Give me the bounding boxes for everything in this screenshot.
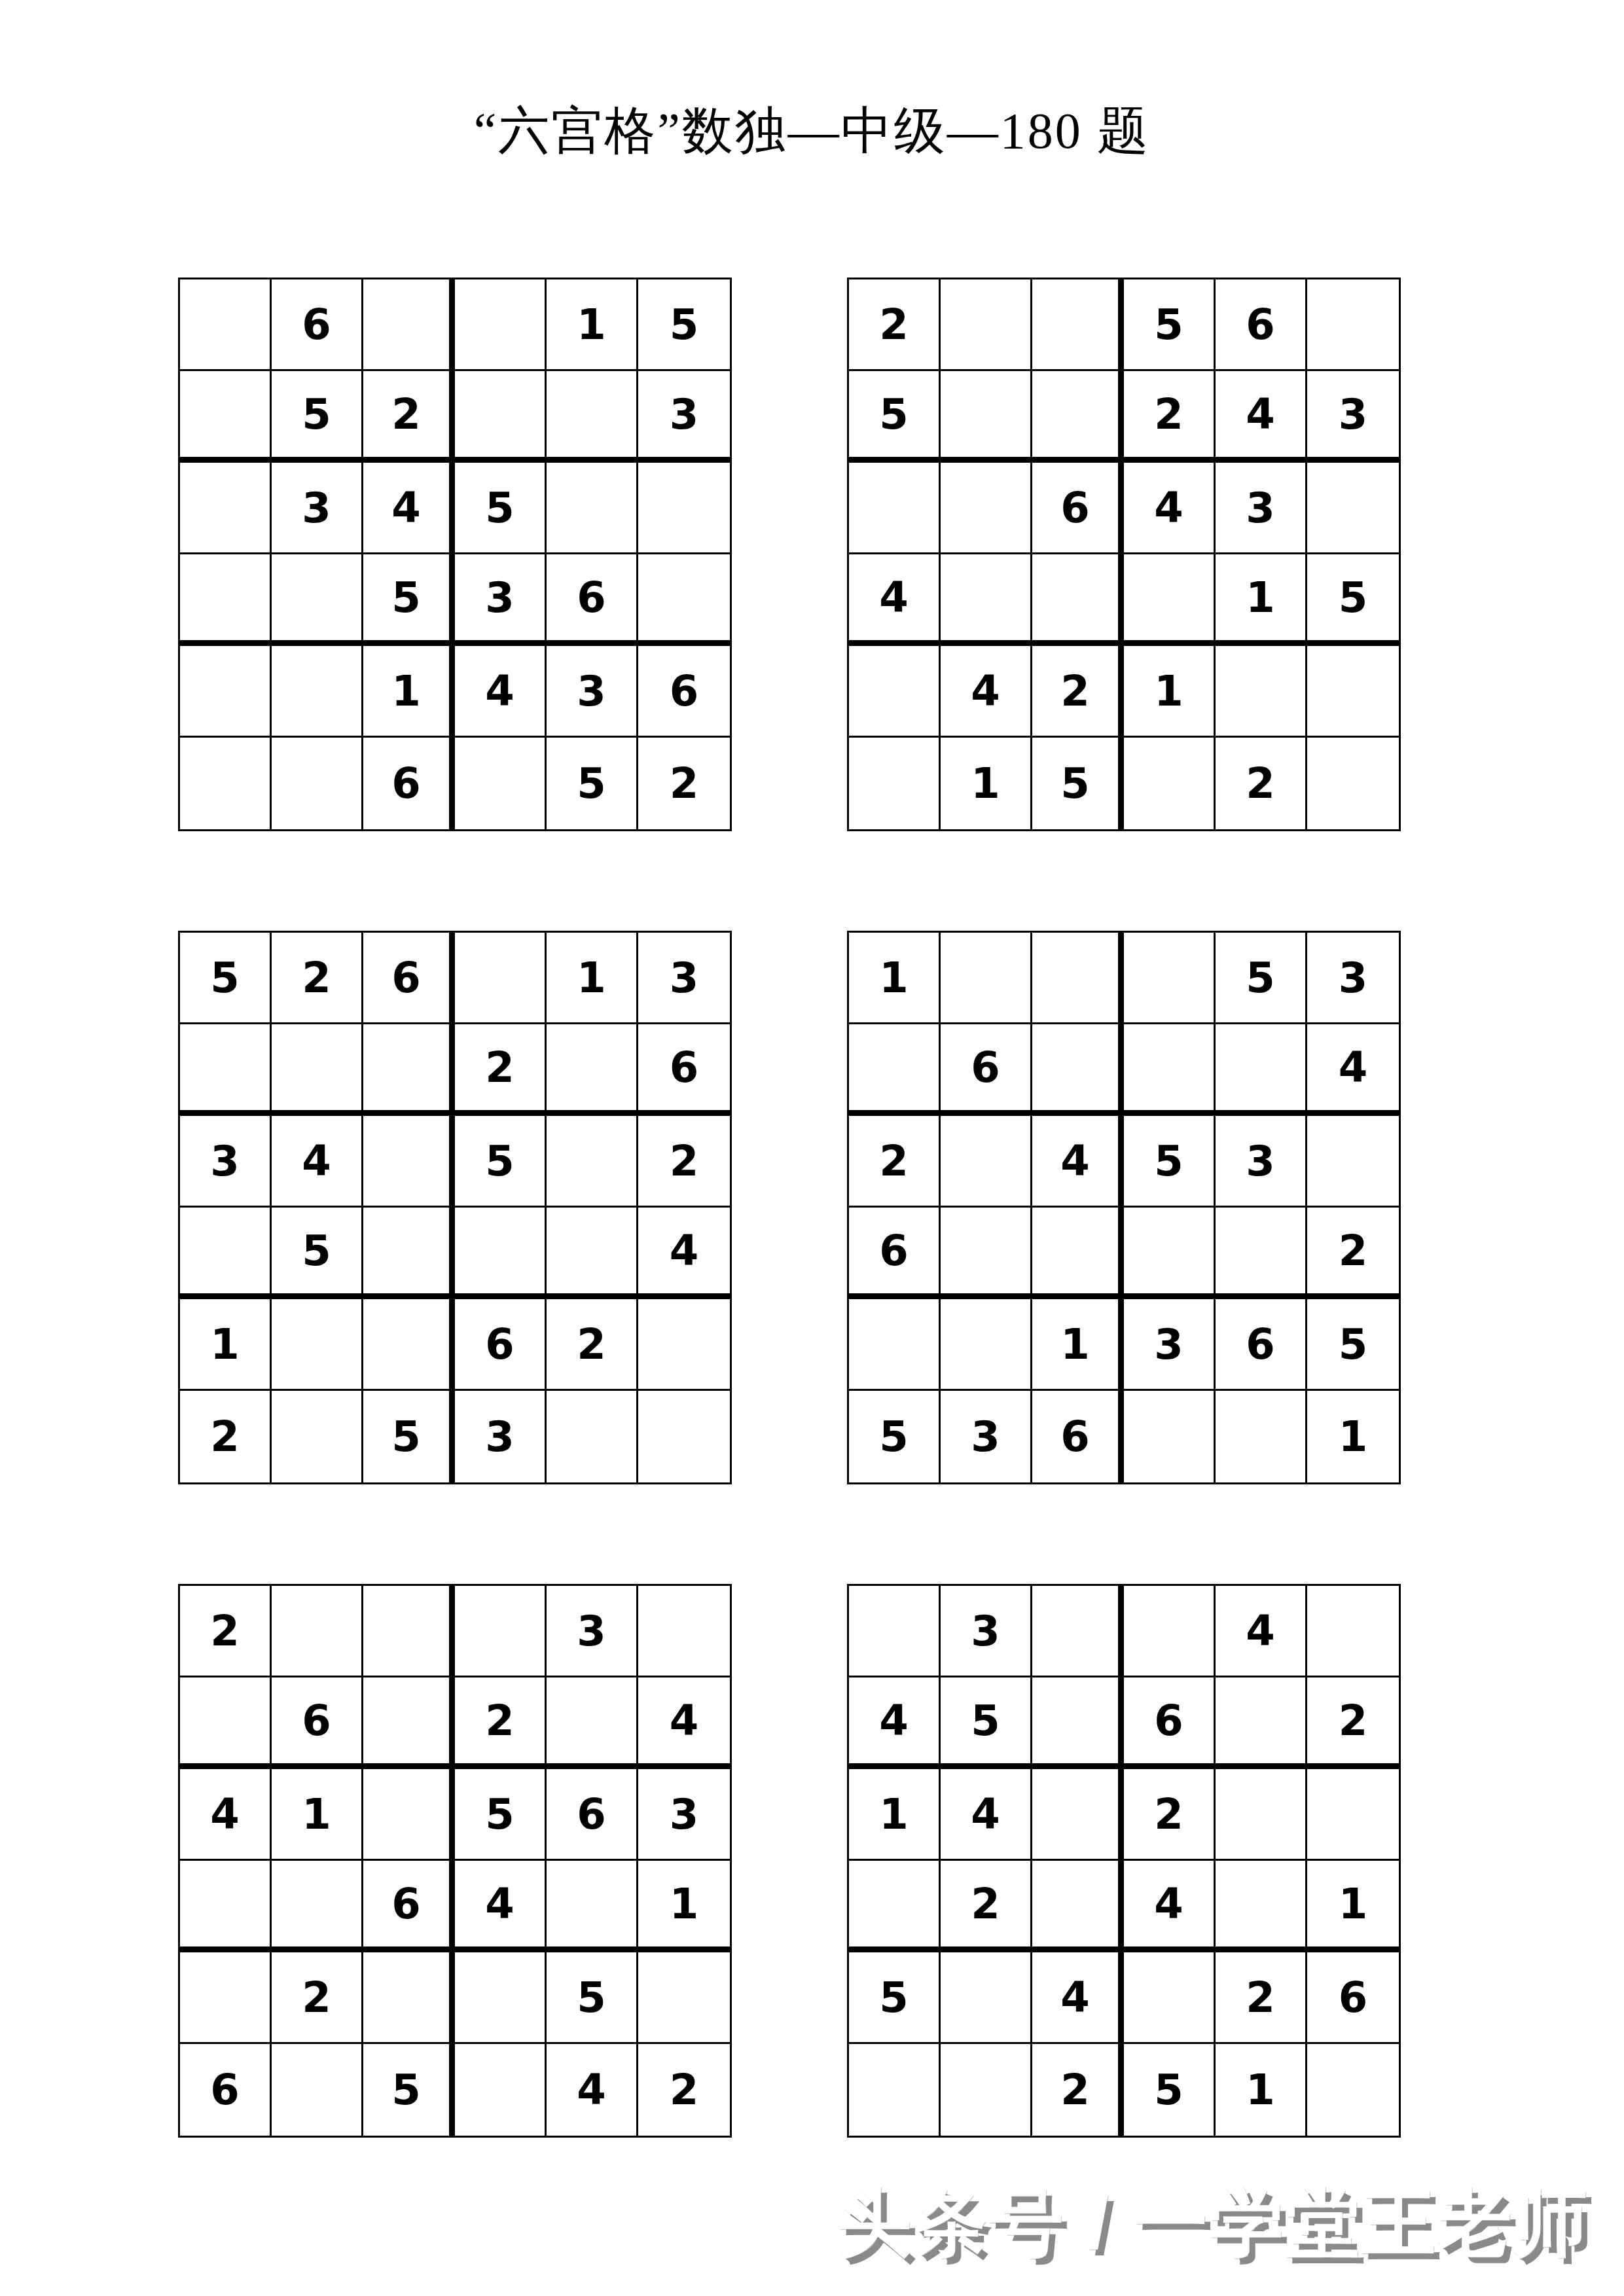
sudoku-cell: 4 [849, 1677, 941, 1769]
sudoku-cell [455, 2044, 547, 2136]
sudoku-cell: 6 [638, 646, 730, 738]
sudoku-cell [180, 646, 272, 738]
sudoku-cell [455, 371, 547, 463]
sudoku-cell [941, 1208, 1032, 1299]
sudoku-cell [849, 1861, 941, 1952]
sudoku-cell [1307, 463, 1399, 554]
sudoku-cell [455, 1208, 547, 1299]
sudoku-cell: 5 [180, 933, 272, 1024]
sudoku-cell [1216, 1861, 1307, 1952]
sudoku-cell: 5 [1032, 738, 1124, 829]
sudoku-cell: 2 [638, 1116, 730, 1208]
sudoku-cell [1216, 1677, 1307, 1769]
sudoku-cell [1032, 279, 1124, 371]
sudoku-cell [547, 371, 638, 463]
sudoku-cell: 4 [455, 1861, 547, 1952]
sudoku-cell [941, 1952, 1032, 2044]
sudoku-cell [455, 1952, 547, 2044]
sudoku-cell [1307, 2044, 1399, 2136]
sudoku-cell [1216, 646, 1307, 738]
sudoku-cell: 3 [547, 1586, 638, 1677]
sudoku-cell: 2 [941, 1861, 1032, 1952]
sudoku-cell [547, 1391, 638, 1482]
sudoku-cell: 3 [455, 1391, 547, 1482]
sudoku-cell: 6 [1216, 279, 1307, 371]
sudoku-cell: 2 [1307, 1208, 1399, 1299]
sudoku-cell: 2 [1032, 2044, 1124, 2136]
sudoku-cell: 6 [1124, 1677, 1216, 1769]
sudoku-cell [455, 1586, 547, 1677]
sudoku-cell [455, 279, 547, 371]
sudoku-cell: 6 [1032, 1391, 1124, 1482]
sudoku-cell: 5 [849, 1952, 941, 2044]
sudoku-cell: 2 [272, 1952, 363, 2044]
sudoku-cell [1124, 1024, 1216, 1116]
sudoku-cell: 6 [180, 2044, 272, 2136]
sudoku-cell: 4 [1032, 1116, 1124, 1208]
sudoku-cell [272, 1586, 363, 1677]
sudoku-cell [941, 279, 1032, 371]
sudoku-cell [1032, 371, 1124, 463]
sudoku-cell: 1 [1307, 1391, 1399, 1482]
sudoku-cell [941, 1299, 1032, 1391]
sudoku-cell: 5 [1307, 1299, 1399, 1391]
sudoku-cell [941, 371, 1032, 463]
sudoku-cell: 2 [180, 1586, 272, 1677]
sudoku-cell: 6 [1032, 463, 1124, 554]
sudoku-cell: 4 [638, 1208, 730, 1299]
sudoku-cell [180, 1952, 272, 2044]
sudoku-cell: 5 [1124, 1116, 1216, 1208]
sudoku-cell: 1 [941, 738, 1032, 829]
sudoku-cell [547, 1677, 638, 1769]
sudoku-cell: 5 [849, 371, 941, 463]
sudoku-cell: 1 [363, 646, 455, 738]
sudoku-cell: 4 [1124, 463, 1216, 554]
sudoku-cell: 1 [547, 279, 638, 371]
sudoku-cell: 5 [455, 1116, 547, 1208]
sudoku-cell: 2 [1124, 1769, 1216, 1861]
sudoku-cell [1216, 1208, 1307, 1299]
sudoku-grid-1: 6155233455361436652 [178, 278, 732, 831]
sudoku-cell [363, 1299, 455, 1391]
sudoku-cell [272, 1861, 363, 1952]
sudoku-cell: 2 [455, 1677, 547, 1769]
sudoku-cell [180, 1024, 272, 1116]
sudoku-cell: 5 [272, 1208, 363, 1299]
sudoku-cell: 5 [1216, 933, 1307, 1024]
sudoku-cell: 2 [1032, 646, 1124, 738]
sudoku-cell: 5 [455, 463, 547, 554]
sudoku-cell: 6 [455, 1299, 547, 1391]
sudoku-cell: 3 [941, 1586, 1032, 1677]
sudoku-cell: 3 [638, 1769, 730, 1861]
sudoku-cell [1124, 738, 1216, 829]
sudoku-cell [180, 371, 272, 463]
sudoku-cell [363, 1116, 455, 1208]
sudoku-cell [1307, 279, 1399, 371]
sudoku-cell: 6 [638, 1024, 730, 1116]
sudoku-cell [272, 1391, 363, 1482]
sudoku-cell: 5 [638, 279, 730, 371]
sudoku-cell [363, 1769, 455, 1861]
sudoku-cell: 2 [1216, 1952, 1307, 2044]
sudoku-cell [638, 463, 730, 554]
sudoku-cell: 4 [941, 646, 1032, 738]
page-title: “六宫格”数独—中级—180 题 [0, 97, 1624, 166]
sudoku-cell: 1 [1124, 646, 1216, 738]
sudoku-cell: 2 [849, 1116, 941, 1208]
sudoku-cell [941, 554, 1032, 646]
sudoku-cell: 6 [941, 1024, 1032, 1116]
sudoku-cell [849, 1586, 941, 1677]
sudoku-cell: 1 [272, 1769, 363, 1861]
sudoku-cell: 2 [455, 1024, 547, 1116]
sudoku-cell: 4 [363, 463, 455, 554]
sudoku-cell: 5 [1307, 554, 1399, 646]
sudoku-cell [638, 1299, 730, 1391]
sudoku-cell [180, 279, 272, 371]
sudoku-cell: 3 [638, 933, 730, 1024]
sudoku-cell [1124, 554, 1216, 646]
sudoku-cell: 2 [1216, 738, 1307, 829]
sudoku-cell: 6 [363, 1861, 455, 1952]
sudoku-cell [1032, 1861, 1124, 1952]
sudoku-cell [1032, 1586, 1124, 1677]
sudoku-cell: 6 [547, 1769, 638, 1861]
sudoku-cell [849, 1299, 941, 1391]
sudoku-grid-6: 3445621422415426251 [847, 1584, 1401, 2138]
sudoku-cell [547, 1024, 638, 1116]
sudoku-cell [272, 1024, 363, 1116]
sudoku-cell: 6 [272, 279, 363, 371]
sudoku-cell [941, 933, 1032, 1024]
sudoku-cell: 5 [1124, 279, 1216, 371]
sudoku-cell [363, 1586, 455, 1677]
sudoku-cell: 1 [849, 933, 941, 1024]
sudoku-grid-3: 5261326345254162253 [178, 931, 732, 1484]
sudoku-cell [272, 646, 363, 738]
sudoku-cell: 1 [1216, 2044, 1307, 2136]
sudoku-cell [941, 1116, 1032, 1208]
sudoku-cell [547, 1208, 638, 1299]
sudoku-cell: 2 [638, 738, 730, 829]
sudoku-cell: 5 [455, 1769, 547, 1861]
sudoku-cell: 3 [1307, 933, 1399, 1024]
sudoku-cell: 4 [1216, 371, 1307, 463]
sudoku-cell [1307, 1769, 1399, 1861]
sudoku-cell: 2 [1124, 371, 1216, 463]
sudoku-cell [363, 1677, 455, 1769]
sudoku-cell [1216, 1024, 1307, 1116]
sudoku-cell: 1 [1307, 1861, 1399, 1952]
sudoku-cell: 5 [547, 1952, 638, 2044]
sudoku-cell [547, 463, 638, 554]
sudoku-cell: 4 [180, 1769, 272, 1861]
sudoku-cell [849, 2044, 941, 2136]
sudoku-cell [272, 1299, 363, 1391]
sudoku-cell [1124, 933, 1216, 1024]
sudoku-cell [638, 1391, 730, 1482]
sudoku-cell: 6 [363, 933, 455, 1024]
sudoku-cell [272, 2044, 363, 2136]
sudoku-cell: 3 [638, 371, 730, 463]
sudoku-cell: 3 [180, 1116, 272, 1208]
sudoku-cell [1032, 1677, 1124, 1769]
sudoku-cell [849, 1024, 941, 1116]
sudoku-cell [180, 554, 272, 646]
sudoku-cell [638, 1952, 730, 2044]
sudoku-cell: 5 [363, 2044, 455, 2136]
sudoku-cell: 1 [849, 1769, 941, 1861]
sudoku-cell [363, 1024, 455, 1116]
sudoku-grid-4: 1536424536213655361 [847, 931, 1401, 1484]
sudoku-cell [547, 1116, 638, 1208]
sudoku-cell: 4 [272, 1116, 363, 1208]
sudoku-cell: 4 [1124, 1861, 1216, 1952]
sudoku-cell [1032, 1024, 1124, 1116]
sudoku-cell: 1 [1216, 554, 1307, 646]
sudoku-cell: 1 [1032, 1299, 1124, 1391]
sudoku-cell: 3 [1216, 463, 1307, 554]
sudoku-cell: 4 [1032, 1952, 1124, 2044]
sudoku-cell [547, 1861, 638, 1952]
sudoku-cell: 2 [547, 1299, 638, 1391]
sudoku-cell: 2 [638, 2044, 730, 2136]
sudoku-cell [363, 1952, 455, 2044]
sudoku-cell [1307, 1116, 1399, 1208]
sudoku-cell [1032, 1208, 1124, 1299]
sudoku-cell [1124, 1391, 1216, 1482]
sudoku-cell [455, 933, 547, 1024]
sudoku-cell [638, 1586, 730, 1677]
sudoku-cell [638, 554, 730, 646]
sudoku-cell: 5 [363, 1391, 455, 1482]
sudoku-cell [849, 738, 941, 829]
watermark: 头条号 / 一学堂王老师 [838, 2174, 1590, 2273]
sudoku-grid-2: 2565243643415421152 [847, 278, 1401, 831]
sudoku-cell: 4 [1307, 1024, 1399, 1116]
sudoku-cell: 6 [547, 554, 638, 646]
sudoku-cell: 2 [180, 1391, 272, 1482]
sudoku-cell [363, 1208, 455, 1299]
sudoku-cell: 3 [941, 1391, 1032, 1482]
sudoku-cell: 5 [272, 371, 363, 463]
sudoku-cell: 3 [455, 554, 547, 646]
sudoku-cell: 6 [1216, 1299, 1307, 1391]
sudoku-cell: 5 [849, 1391, 941, 1482]
sudoku-cell [180, 463, 272, 554]
sudoku-cell [1307, 646, 1399, 738]
sudoku-cell: 2 [272, 933, 363, 1024]
worksheet-page: “六宫格”数独—中级—180 题 6155233455361436652 256… [0, 0, 1624, 2296]
sudoku-cell: 6 [272, 1677, 363, 1769]
sudoku-cell [363, 279, 455, 371]
sudoku-cell: 4 [547, 2044, 638, 2136]
sudoku-cell: 1 [638, 1861, 730, 1952]
sudoku-cell: 1 [180, 1299, 272, 1391]
sudoku-cell [1124, 1586, 1216, 1677]
sudoku-cell: 6 [1307, 1952, 1399, 2044]
sudoku-cell [941, 463, 1032, 554]
sudoku-cell [849, 463, 941, 554]
sudoku-cell: 6 [363, 738, 455, 829]
sudoku-cell [1216, 1769, 1307, 1861]
sudoku-cell: 4 [1216, 1586, 1307, 1677]
sudoku-cell: 3 [272, 463, 363, 554]
sudoku-cell [1124, 1952, 1216, 2044]
sudoku-cell [1216, 1391, 1307, 1482]
sudoku-cell [1032, 933, 1124, 1024]
sudoku-cell: 4 [941, 1769, 1032, 1861]
sudoku-cell [941, 2044, 1032, 2136]
sudoku-cell [1307, 738, 1399, 829]
sudoku-cell: 2 [1307, 1677, 1399, 1769]
sudoku-cell: 4 [638, 1677, 730, 1769]
sudoku-cell [849, 646, 941, 738]
sudoku-cell: 1 [547, 933, 638, 1024]
sudoku-cell [1032, 554, 1124, 646]
sudoku-cell: 2 [849, 279, 941, 371]
sudoku-cell: 4 [849, 554, 941, 646]
sudoku-cell: 3 [1216, 1116, 1307, 1208]
sudoku-cell [180, 1208, 272, 1299]
sudoku-cell [272, 554, 363, 646]
sudoku-cell: 5 [547, 738, 638, 829]
sudoku-cell [272, 738, 363, 829]
sudoku-cell [455, 738, 547, 829]
sudoku-cell [1032, 1769, 1124, 1861]
sudoku-cell [180, 1677, 272, 1769]
sudoku-cell: 4 [455, 646, 547, 738]
sudoku-cell: 3 [1124, 1299, 1216, 1391]
sudoku-cell: 5 [941, 1677, 1032, 1769]
sudoku-cell: 3 [547, 646, 638, 738]
sudoku-cell [180, 738, 272, 829]
sudoku-cell [180, 1861, 272, 1952]
sudoku-cell: 5 [363, 554, 455, 646]
sudoku-cell: 2 [363, 371, 455, 463]
sudoku-grid-5: 2362441563641256542 [178, 1584, 732, 2138]
sudoku-cell [1307, 1586, 1399, 1677]
sudoku-cell [1124, 1208, 1216, 1299]
sudoku-cell: 3 [1307, 371, 1399, 463]
sudoku-cell: 5 [1124, 2044, 1216, 2136]
sudoku-cell: 6 [849, 1208, 941, 1299]
